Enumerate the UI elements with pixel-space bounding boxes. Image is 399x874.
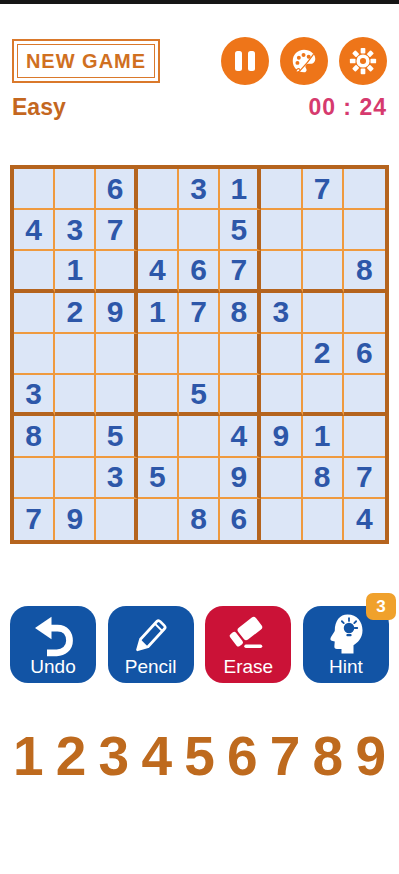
- timer-display: 00 : 24: [308, 94, 387, 121]
- cell-r6c2[interactable]: [55, 375, 96, 416]
- cell-r7c1[interactable]: 8: [14, 416, 55, 457]
- cell-r6c8[interactable]: [303, 375, 344, 416]
- cell-r7c3[interactable]: 5: [96, 416, 137, 457]
- new-game-button[interactable]: NEW GAME: [12, 39, 160, 83]
- pencil-button[interactable]: Pencil: [108, 606, 194, 683]
- toolbar-button-group: [221, 37, 387, 85]
- cell-r8c7[interactable]: [261, 458, 302, 499]
- cell-r2c2[interactable]: 3: [55, 210, 96, 251]
- gear-icon: [348, 46, 378, 76]
- cell-r6c7[interactable]: [261, 375, 302, 416]
- cell-r5c3[interactable]: [96, 334, 137, 375]
- cell-r7c5[interactable]: [179, 416, 220, 457]
- cell-r2c4[interactable]: [138, 210, 179, 251]
- cell-r8c2[interactable]: [55, 458, 96, 499]
- cell-r9c7[interactable]: [261, 499, 302, 540]
- cell-r1c3[interactable]: 6: [96, 169, 137, 210]
- cell-r1c5[interactable]: 3: [179, 169, 220, 210]
- cell-r9c1[interactable]: 7: [14, 499, 55, 540]
- cell-r7c9[interactable]: [344, 416, 385, 457]
- hint-icon: [322, 610, 370, 658]
- cell-r1c9[interactable]: [344, 169, 385, 210]
- pencil-icon: [127, 610, 175, 658]
- cell-r6c9[interactable]: [344, 375, 385, 416]
- palette-icon: [289, 46, 319, 76]
- cell-r4c4[interactable]: 1: [138, 293, 179, 334]
- cell-r3c9[interactable]: 8: [344, 251, 385, 292]
- erase-button[interactable]: Erase: [205, 606, 291, 683]
- cell-r3c5[interactable]: 6: [179, 251, 220, 292]
- cell-r5c8[interactable]: 2: [303, 334, 344, 375]
- cell-r6c6[interactable]: [220, 375, 261, 416]
- cell-r4c9[interactable]: [344, 293, 385, 334]
- game-info-bar: Easy 00 : 24: [12, 94, 387, 121]
- pause-button[interactable]: [221, 37, 269, 85]
- cell-r8c9[interactable]: 7: [344, 458, 385, 499]
- cell-r4c7[interactable]: 3: [261, 293, 302, 334]
- cell-r7c2[interactable]: [55, 416, 96, 457]
- cell-r4c5[interactable]: 7: [179, 293, 220, 334]
- cell-r9c5[interactable]: 8: [179, 499, 220, 540]
- sudoku-board: 63174375146782917832635854913598779864: [10, 165, 389, 544]
- undo-label: Undo: [30, 656, 75, 678]
- action-toolbar: Undo Pencil Erase 3: [10, 606, 389, 683]
- numpad-4[interactable]: 4: [141, 729, 172, 784]
- cell-r5c5[interactable]: [179, 334, 220, 375]
- cell-r6c1[interactable]: 3: [14, 375, 55, 416]
- cell-r2c9[interactable]: [344, 210, 385, 251]
- cell-r8c8[interactable]: 8: [303, 458, 344, 499]
- difficulty-label: Easy: [12, 94, 66, 121]
- cell-r8c6[interactable]: 9: [220, 458, 261, 499]
- numpad-3[interactable]: 3: [99, 729, 130, 784]
- hint-count-badge: 3: [366, 593, 396, 620]
- numpad-1[interactable]: 1: [13, 729, 44, 784]
- pause-icon: [235, 51, 255, 71]
- cell-r9c2[interactable]: 9: [55, 499, 96, 540]
- cell-r2c8[interactable]: [303, 210, 344, 251]
- cell-r3c3[interactable]: [96, 251, 137, 292]
- erase-label: Erase: [223, 656, 273, 678]
- undo-icon: [29, 610, 77, 658]
- number-pad: 123456789: [13, 729, 386, 784]
- numpad-5[interactable]: 5: [184, 729, 215, 784]
- cell-r9c4[interactable]: [138, 499, 179, 540]
- cell-r1c4[interactable]: [138, 169, 179, 210]
- cell-r1c2[interactable]: [55, 169, 96, 210]
- cell-r2c1[interactable]: 4: [14, 210, 55, 251]
- hint-label: Hint: [329, 656, 363, 678]
- theme-button[interactable]: [280, 37, 328, 85]
- undo-button[interactable]: Undo: [10, 606, 96, 683]
- cell-r5c2[interactable]: [55, 334, 96, 375]
- cell-r3c4[interactable]: 4: [138, 251, 179, 292]
- cell-r1c7[interactable]: [261, 169, 302, 210]
- hint-button[interactable]: 3 Hint: [303, 606, 389, 683]
- cell-r2c7[interactable]: [261, 210, 302, 251]
- top-toolbar: NEW GAME: [12, 36, 387, 86]
- cell-r8c1[interactable]: [14, 458, 55, 499]
- cell-r7c7[interactable]: 9: [261, 416, 302, 457]
- cell-r1c1[interactable]: [14, 169, 55, 210]
- cell-r3c8[interactable]: [303, 251, 344, 292]
- cell-r5c9[interactable]: 6: [344, 334, 385, 375]
- cell-r4c6[interactable]: 8: [220, 293, 261, 334]
- eraser-icon: [224, 610, 272, 658]
- cell-r3c1[interactable]: [14, 251, 55, 292]
- cell-r4c2[interactable]: 2: [55, 293, 96, 334]
- cell-r7c8[interactable]: 1: [303, 416, 344, 457]
- cell-r1c6[interactable]: 1: [220, 169, 261, 210]
- cell-r5c7[interactable]: [261, 334, 302, 375]
- cell-r6c3[interactable]: [96, 375, 137, 416]
- cell-r8c3[interactable]: 3: [96, 458, 137, 499]
- cell-r2c6[interactable]: 5: [220, 210, 261, 251]
- pencil-label: Pencil: [125, 656, 177, 678]
- cell-r3c7[interactable]: [261, 251, 302, 292]
- cell-r2c5[interactable]: [179, 210, 220, 251]
- cell-r7c4[interactable]: [138, 416, 179, 457]
- settings-button[interactable]: [339, 37, 387, 85]
- numpad-6[interactable]: 6: [227, 729, 258, 784]
- cell-r1c8[interactable]: 7: [303, 169, 344, 210]
- cell-r2c3[interactable]: 7: [96, 210, 137, 251]
- cell-r9c9[interactable]: 4: [344, 499, 385, 540]
- cell-r5c4[interactable]: [138, 334, 179, 375]
- cell-r8c4[interactable]: 5: [138, 458, 179, 499]
- numpad-2[interactable]: 2: [56, 729, 87, 784]
- cell-r6c4[interactable]: [138, 375, 179, 416]
- numpad-9[interactable]: 9: [355, 729, 386, 784]
- numpad-8[interactable]: 8: [313, 729, 344, 784]
- cell-r6c5[interactable]: 5: [179, 375, 220, 416]
- cell-r7c6[interactable]: 4: [220, 416, 261, 457]
- cell-r9c8[interactable]: [303, 499, 344, 540]
- cell-r9c6[interactable]: 6: [220, 499, 261, 540]
- cell-r5c6[interactable]: [220, 334, 261, 375]
- numpad-7[interactable]: 7: [270, 729, 301, 784]
- cell-r4c1[interactable]: [14, 293, 55, 334]
- cell-r4c8[interactable]: [303, 293, 344, 334]
- status-bar: [0, 0, 399, 4]
- cell-r3c6[interactable]: 7: [220, 251, 261, 292]
- cell-r9c3[interactable]: [96, 499, 137, 540]
- cell-r8c5[interactable]: [179, 458, 220, 499]
- cell-r5c1[interactable]: [14, 334, 55, 375]
- cell-r4c3[interactable]: 9: [96, 293, 137, 334]
- cell-r3c2[interactable]: 1: [55, 251, 96, 292]
